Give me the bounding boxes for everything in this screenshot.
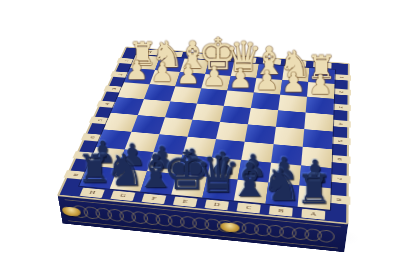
- piece-white-pawn-g2[interactable]: ♟: [150, 61, 174, 86]
- square-b8[interactable]: ♞: [266, 183, 300, 207]
- square-a2[interactable]: ♟: [307, 82, 334, 99]
- square-c2[interactable]: ♟: [254, 78, 283, 95]
- square-c5[interactable]: [245, 124, 276, 144]
- square-e4[interactable]: [192, 104, 223, 122]
- square-g5[interactable]: [131, 115, 165, 134]
- square-b2[interactable]: ♟: [280, 80, 308, 97]
- chess-board: HGFEDCBA 12345678 12345678 ♜♞♝♚♛♝♞♜♟♟♟♟♟…: [57, 46, 350, 224]
- rank-label-right-6: 6: [329, 155, 351, 164]
- rank-labels-right: 12345678: [332, 70, 347, 211]
- rank-label-right-3: 3: [331, 103, 351, 111]
- piece-white-pawn-b2[interactable]: ♟: [282, 71, 306, 96]
- square-a8[interactable]: ♜: [298, 185, 331, 209]
- piece-white-pawn-d2[interactable]: ♟: [228, 67, 252, 92]
- piece-black-rook-a8[interactable]: ♜: [296, 171, 332, 209]
- product-photo-stage: HGFEDCBA 12345678 12345678 ♜♞♝♚♛♝♞♜♟♟♟♟♟…: [0, 0, 420, 259]
- rank-label-right-4: 4: [330, 120, 350, 128]
- square-h5[interactable]: [104, 113, 138, 132]
- square-d3[interactable]: [224, 90, 254, 108]
- square-c4[interactable]: [248, 108, 278, 127]
- square-a3[interactable]: [306, 97, 334, 115]
- piece-white-pawn-a2[interactable]: ♟: [308, 73, 332, 98]
- piece-white-pawn-h2[interactable]: ♟: [125, 59, 148, 84]
- square-e3[interactable]: [197, 88, 227, 105]
- piece-white-pawn-c2[interactable]: ♟: [255, 69, 279, 94]
- square-e5[interactable]: [188, 120, 220, 140]
- piece-white-pawn-e2[interactable]: ♟: [202, 65, 226, 90]
- square-d2[interactable]: ♟: [227, 76, 256, 93]
- rank-label-right-2: 2: [332, 88, 351, 95]
- square-b3[interactable]: [278, 95, 307, 113]
- rank-label-right-5: 5: [330, 137, 351, 146]
- board-face: HGFEDCBA 12345678 12345678 ♜♞♝♚♛♝♞♜♟♟♟♟♟…: [57, 46, 350, 224]
- front-ring-ornament: [316, 229, 335, 243]
- square-a5[interactable]: [303, 129, 333, 149]
- piece-white-pawn-f2[interactable]: ♟: [176, 63, 200, 88]
